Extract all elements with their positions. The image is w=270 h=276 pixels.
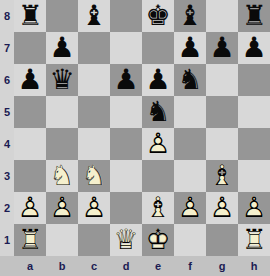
rank-label-2: 2 <box>0 192 14 224</box>
square-f1[interactable] <box>174 224 206 256</box>
file-label-g: g <box>206 256 238 276</box>
rank-label-8: 8 <box>0 0 14 32</box>
file-label-d: d <box>110 256 142 276</box>
square-g3[interactable]: ♝♗ <box>206 160 238 192</box>
square-f7[interactable]: ♟ <box>174 32 206 64</box>
square-e2[interactable]: ♝♗ <box>142 192 174 224</box>
black-pawn: ♟ <box>46 32 78 64</box>
black-pawn: ♟ <box>174 32 206 64</box>
rank-label-3: 3 <box>0 160 14 192</box>
chess-diagram: 8♜♝♚♝♜7♟♟♟♟6♟♛♟♟♞5♞4♟♙3♞♘♞♘♝♗2♟♙♟♙♟♙♝♗♟♙… <box>0 0 270 276</box>
square-g1[interactable] <box>206 224 238 256</box>
square-c5[interactable] <box>78 96 110 128</box>
square-g4[interactable] <box>206 128 238 160</box>
square-f3[interactable] <box>174 160 206 192</box>
white-pawn: ♙ <box>142 128 174 160</box>
white-pawn: ♙ <box>78 192 110 224</box>
square-d3[interactable] <box>110 160 142 192</box>
square-e4[interactable]: ♟♙ <box>142 128 174 160</box>
square-h4[interactable] <box>238 128 270 160</box>
square-a4[interactable] <box>14 128 46 160</box>
black-knight: ♞ <box>142 96 174 128</box>
black-king: ♚ <box>142 0 174 32</box>
white-pawn: ♙ <box>14 192 46 224</box>
square-h3[interactable] <box>238 160 270 192</box>
square-d6[interactable]: ♟ <box>110 64 142 96</box>
square-e7[interactable] <box>142 32 174 64</box>
square-c8[interactable]: ♝ <box>78 0 110 32</box>
chess-board: 8♜♝♚♝♜7♟♟♟♟6♟♛♟♟♞5♞4♟♙3♞♘♞♘♝♗2♟♙♟♙♟♙♝♗♟♙… <box>0 0 270 276</box>
square-c2[interactable]: ♟♙ <box>78 192 110 224</box>
white-pawn: ♙ <box>238 192 270 224</box>
square-f5[interactable] <box>174 96 206 128</box>
square-b7[interactable]: ♟ <box>46 32 78 64</box>
white-bishop: ♗ <box>206 160 238 192</box>
square-c1[interactable] <box>78 224 110 256</box>
square-c4[interactable] <box>78 128 110 160</box>
square-b4[interactable] <box>46 128 78 160</box>
black-bishop: ♝ <box>78 0 110 32</box>
rank-label-7: 7 <box>0 32 14 64</box>
square-d8[interactable] <box>110 0 142 32</box>
white-rook: ♖ <box>238 224 270 256</box>
square-g5[interactable] <box>206 96 238 128</box>
square-d2[interactable] <box>110 192 142 224</box>
square-a6[interactable]: ♟ <box>14 64 46 96</box>
square-c7[interactable] <box>78 32 110 64</box>
square-b8[interactable] <box>46 0 78 32</box>
file-label-f: f <box>174 256 206 276</box>
white-knight: ♘ <box>46 160 78 192</box>
square-h5[interactable] <box>238 96 270 128</box>
board-corner <box>0 256 14 276</box>
file-label-h: h <box>238 256 270 276</box>
square-g7[interactable]: ♟ <box>206 32 238 64</box>
square-a2[interactable]: ♟♙ <box>14 192 46 224</box>
black-pawn: ♟ <box>206 32 238 64</box>
square-h6[interactable] <box>238 64 270 96</box>
file-label-e: e <box>142 256 174 276</box>
square-a3[interactable] <box>14 160 46 192</box>
black-knight: ♞ <box>174 64 206 96</box>
square-d7[interactable] <box>110 32 142 64</box>
square-f2[interactable]: ♟♙ <box>174 192 206 224</box>
square-d1[interactable]: ♛♕ <box>110 224 142 256</box>
file-label-a: a <box>14 256 46 276</box>
square-b3[interactable]: ♞♘ <box>46 160 78 192</box>
square-b2[interactable]: ♟♙ <box>46 192 78 224</box>
white-pawn: ♙ <box>46 192 78 224</box>
square-b6[interactable]: ♛ <box>46 64 78 96</box>
black-pawn: ♟ <box>238 32 270 64</box>
square-b5[interactable] <box>46 96 78 128</box>
file-label-b: b <box>46 256 78 276</box>
white-bishop: ♗ <box>142 192 174 224</box>
square-f6[interactable]: ♞ <box>174 64 206 96</box>
square-e3[interactable] <box>142 160 174 192</box>
black-pawn: ♟ <box>110 64 142 96</box>
square-b1[interactable] <box>46 224 78 256</box>
white-pawn: ♙ <box>174 192 206 224</box>
black-rook: ♜ <box>238 0 270 32</box>
black-pawn: ♟ <box>14 64 46 96</box>
black-bishop: ♝ <box>174 0 206 32</box>
black-pawn: ♟ <box>142 64 174 96</box>
square-e6[interactable]: ♟ <box>142 64 174 96</box>
square-a7[interactable] <box>14 32 46 64</box>
rank-label-4: 4 <box>0 128 14 160</box>
square-c3[interactable]: ♞♘ <box>78 160 110 192</box>
square-g8[interactable] <box>206 0 238 32</box>
square-a8[interactable]: ♜ <box>14 0 46 32</box>
square-h1[interactable]: ♜♖ <box>238 224 270 256</box>
square-f4[interactable] <box>174 128 206 160</box>
square-e8[interactable]: ♚ <box>142 0 174 32</box>
square-h7[interactable]: ♟ <box>238 32 270 64</box>
white-rook: ♖ <box>14 224 46 256</box>
square-h8[interactable]: ♜ <box>238 0 270 32</box>
file-label-c: c <box>78 256 110 276</box>
rank-label-5: 5 <box>0 96 14 128</box>
square-a1[interactable]: ♜♖ <box>14 224 46 256</box>
square-e1[interactable]: ♚♔ <box>142 224 174 256</box>
black-queen: ♛ <box>46 64 78 96</box>
white-king: ♔ <box>142 224 174 256</box>
square-f8[interactable]: ♝ <box>174 0 206 32</box>
rank-label-6: 6 <box>0 64 14 96</box>
square-d5[interactable] <box>110 96 142 128</box>
square-e5[interactable]: ♞ <box>142 96 174 128</box>
square-g6[interactable] <box>206 64 238 96</box>
white-pawn: ♙ <box>206 192 238 224</box>
white-knight: ♘ <box>78 160 110 192</box>
white-queen: ♕ <box>110 224 142 256</box>
rank-label-1: 1 <box>0 224 14 256</box>
square-g2[interactable]: ♟♙ <box>206 192 238 224</box>
square-h2[interactable]: ♟♙ <box>238 192 270 224</box>
square-d4[interactable] <box>110 128 142 160</box>
square-a5[interactable] <box>14 96 46 128</box>
square-c6[interactable] <box>78 64 110 96</box>
black-rook: ♜ <box>14 0 46 32</box>
